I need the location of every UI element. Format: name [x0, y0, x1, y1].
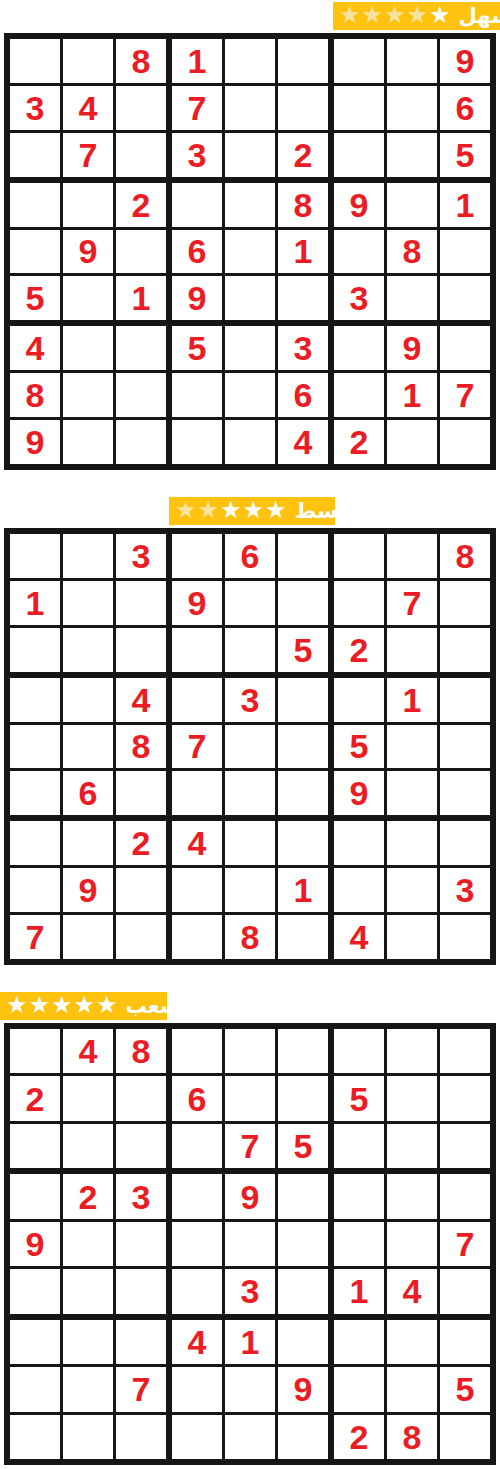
sudoku-cell-r7c7[interactable] [334, 821, 384, 865]
sudoku-cell-r3c9[interactable] [440, 628, 490, 672]
sudoku-cell-r6c3[interactable]: 1 [116, 276, 166, 320]
sudoku-cell-r1c1[interactable] [10, 1029, 60, 1073]
sudoku-cell-r9c8[interactable] [387, 915, 437, 959]
sudoku-cell-r8c4[interactable] [172, 868, 222, 912]
sudoku-cell-r7c6[interactable] [278, 1320, 328, 1364]
sudoku-cell-r5c8[interactable]: 8 [387, 230, 437, 274]
sudoku-cell-r2c7[interactable] [334, 581, 384, 625]
sudoku-cell-r8c2[interactable] [63, 1367, 113, 1411]
sudoku-cell-r1c2[interactable] [63, 39, 113, 83]
sudoku-board-hard: 4826755239937147419528 [4, 1023, 496, 1465]
sudoku-cell-r6c2[interactable] [63, 1269, 113, 1313]
sudoku-cell-r3c6[interactable]: 5 [278, 628, 328, 672]
sudoku-cell-r6c1[interactable]: 5 [10, 276, 60, 320]
sudoku-board-easy: 8347173296529518619918348953649172 [4, 33, 496, 470]
sudoku-cell-r6c7[interactable]: 3 [334, 276, 384, 320]
sudoku-cell-r3c4[interactable] [172, 628, 222, 672]
sudoku-cell-r6c8[interactable] [387, 771, 437, 815]
sudoku-cell-r9c5[interactable]: 8 [225, 915, 275, 959]
sudoku-box: 93 [172, 1174, 328, 1313]
star-filled-icon: ★ [265, 498, 287, 522]
sudoku-cell-r6c4[interactable]: 9 [172, 276, 222, 320]
sudoku-cell-r8c1[interactable]: 8 [10, 373, 60, 417]
sudoku-box: 159 [334, 678, 490, 816]
sudoku-cell-r5c3[interactable] [116, 230, 166, 274]
sudoku-cell-r9c5[interactable] [225, 1415, 275, 1459]
sudoku-box: 418 [172, 821, 328, 959]
star-empty-icon: ★ [407, 3, 429, 27]
sudoku-cell-r8c8[interactable] [387, 1367, 437, 1411]
sudoku-cell-r7c5[interactable]: 1 [225, 1320, 275, 1364]
sudoku-cell-r5c9[interactable] [440, 725, 490, 769]
sudoku-cell-r2c6[interactable] [278, 581, 328, 625]
sudoku-cell-r3c5[interactable] [225, 628, 275, 672]
sudoku-cell-r3c9[interactable] [440, 1124, 490, 1168]
sudoku-cell-r3c7[interactable] [334, 1124, 384, 1168]
sudoku-cell-r6c3[interactable] [116, 771, 166, 815]
sudoku-cell-r7c6[interactable]: 3 [278, 326, 328, 370]
sudoku-cell-r9c3[interactable] [116, 1415, 166, 1459]
sudoku-cell-r3c5[interactable]: 7 [225, 1124, 275, 1168]
sudoku-cell-r4c9[interactable] [440, 1174, 490, 1218]
sudoku-cell-r1c9[interactable] [440, 1029, 490, 1073]
star-empty-icon: ★ [339, 3, 361, 27]
sudoku-cell-r3c2[interactable] [63, 1124, 113, 1168]
sudoku-cell-r3c8[interactable] [387, 133, 437, 177]
sudoku-cell-r9c6[interactable]: 4 [278, 420, 328, 464]
sudoku-cell-r9c9[interactable] [440, 420, 490, 464]
sudoku-cell-r5c5[interactable] [225, 725, 275, 769]
sudoku-cell-r2c9[interactable] [440, 581, 490, 625]
sudoku-cell-r1c6[interactable] [278, 1029, 328, 1073]
sudoku-box: 714 [334, 1174, 490, 1313]
sudoku-cell-r8c8[interactable]: 1 [387, 373, 437, 417]
sudoku-cell-r6c6[interactable] [278, 1269, 328, 1313]
sudoku-cell-r8c4[interactable] [172, 373, 222, 417]
sudoku-cell-r9c4[interactable] [172, 915, 222, 959]
sudoku-cell-r1c9[interactable]: 9 [440, 39, 490, 83]
sudoku-cell-r4c2[interactable] [63, 183, 113, 227]
sudoku-cell-r8c6[interactable]: 6 [278, 373, 328, 417]
sudoku-cell-r5c4[interactable]: 7 [172, 725, 222, 769]
sudoku-cell-r8c1[interactable] [10, 1367, 60, 1411]
sudoku-cell-r4c3[interactable]: 3 [116, 1174, 166, 1218]
sudoku-cell-r2c7[interactable] [334, 86, 384, 130]
sudoku-cell-r2c6[interactable] [278, 86, 328, 130]
sudoku-cell-r6c5[interactable] [225, 771, 275, 815]
sudoku-cell-r5c3[interactable]: 8 [116, 725, 166, 769]
sudoku-cell-r5c4[interactable]: 6 [172, 230, 222, 274]
sudoku-cell-r5c7[interactable] [334, 230, 384, 274]
sudoku-cell-r6c5[interactable] [225, 276, 275, 320]
sudoku-cell-r5c7[interactable] [334, 1222, 384, 1266]
sudoku-box: 297 [10, 821, 166, 959]
sudoku-cell-r7c3[interactable]: 2 [116, 821, 166, 865]
sudoku-cell-r5c3[interactable] [116, 1222, 166, 1266]
sudoku-cell-r3c4[interactable] [172, 1124, 222, 1168]
sudoku-cell-r1c4[interactable]: 1 [172, 39, 222, 83]
sudoku-cell-r1c3[interactable]: 8 [116, 1029, 166, 1073]
sudoku-box: 2951 [10, 183, 166, 321]
sudoku-cell-r8c3[interactable] [116, 373, 166, 417]
sudoku-cell-r6c1[interactable] [10, 771, 60, 815]
sudoku-cell-r4c2[interactable] [63, 678, 113, 722]
sudoku-cell-r7c3[interactable] [116, 326, 166, 370]
star-empty-icon: ★ [198, 498, 220, 522]
sudoku-cell-r9c2[interactable] [63, 420, 113, 464]
sudoku-cell-r6c6[interactable] [278, 276, 328, 320]
difficulty-label: وسط [287, 501, 351, 522]
sudoku-box: 528 [334, 1320, 490, 1459]
sudoku-cell-r5c6[interactable]: 1 [278, 230, 328, 274]
sudoku-cell-r7c5[interactable] [225, 326, 275, 370]
sudoku-cell-r4c4[interactable] [172, 678, 222, 722]
sudoku-cell-r9c7[interactable]: 4 [334, 915, 384, 959]
sudoku-cell-r8c7[interactable] [334, 1367, 384, 1411]
sudoku-cell-r3c1[interactable] [10, 628, 60, 672]
sudoku-cell-r6c9[interactable] [440, 1269, 490, 1313]
sudoku-cell-r7c9[interactable] [440, 1320, 490, 1364]
difficulty-stars: ★★★★★ [6, 994, 118, 1018]
sudoku-cell-r7c7[interactable] [334, 1320, 384, 1364]
sudoku-cell-r4c7[interactable] [334, 678, 384, 722]
sudoku-cell-r1c6[interactable] [278, 39, 328, 83]
sudoku-cell-r7c1[interactable] [10, 1320, 60, 1364]
sudoku-cell-r1c4[interactable] [172, 534, 222, 578]
sudoku-cell-r1c9[interactable]: 8 [440, 534, 490, 578]
sudoku-cell-r3c2[interactable]: 7 [63, 133, 113, 177]
star-empty-icon: ★ [384, 3, 406, 27]
sudoku-cell-r3c6[interactable]: 5 [278, 1124, 328, 1168]
sudoku-cell-r7c4[interactable]: 4 [172, 1320, 222, 1364]
sudoku-cell-r1c7[interactable] [334, 534, 384, 578]
sudoku-cell-r1c5[interactable]: 6 [225, 534, 275, 578]
sudoku-cell-r6c1[interactable] [10, 1269, 60, 1313]
sudoku-cell-r2c5[interactable] [225, 86, 275, 130]
sudoku-cell-r2c8[interactable] [387, 86, 437, 130]
sudoku-cell-r5c8[interactable] [387, 1222, 437, 1266]
sudoku-cell-r7c9[interactable] [440, 326, 490, 370]
sudoku-cell-r3c3[interactable] [116, 628, 166, 672]
sudoku-cell-r9c4[interactable] [172, 1415, 222, 1459]
sudoku-cell-r9c3[interactable] [116, 915, 166, 959]
sudoku-cell-r1c1[interactable] [10, 534, 60, 578]
sudoku-cell-r2c4[interactable]: 6 [172, 1076, 222, 1120]
sudoku-box: 239 [10, 1174, 166, 1313]
sudoku-box: 489 [10, 326, 166, 464]
sudoku-cell-r4c7[interactable]: 9 [334, 183, 384, 227]
sudoku-cell-r3c8[interactable] [387, 628, 437, 672]
sudoku-cell-r1c6[interactable] [278, 534, 328, 578]
sudoku-cell-r2c8[interactable] [387, 1076, 437, 1120]
star-filled-icon: ★ [74, 993, 96, 1017]
sudoku-cell-r3c7[interactable] [334, 133, 384, 177]
sudoku-box: 872 [334, 534, 490, 672]
sudoku-cell-r9c7[interactable]: 2 [334, 420, 384, 464]
sudoku-cell-r1c4[interactable] [172, 1029, 222, 1073]
sudoku-box: 1732 [172, 39, 328, 177]
sudoku-page: ★★★★★ سهل 834717329652951861991834895364… [0, 0, 500, 1469]
sudoku-cell-r6c5[interactable]: 3 [225, 1269, 275, 1313]
sudoku-cell-r1c3[interactable]: 8 [116, 39, 166, 83]
sudoku-board-medium: 316958724863715929741834 [4, 528, 496, 965]
sudoku-cell-r7c2[interactable] [63, 1320, 113, 1364]
star-filled-icon: ★ [29, 993, 51, 1017]
star-empty-icon: ★ [175, 498, 197, 522]
sudoku-cell-r4c1[interactable] [10, 678, 60, 722]
sudoku-cell-r5c4[interactable] [172, 1222, 222, 1266]
sudoku-cell-r2c2[interactable] [63, 581, 113, 625]
sudoku-box: 695 [172, 534, 328, 672]
sudoku-cell-r9c1[interactable] [10, 1415, 60, 1459]
difficulty-banner-hard: ★★★★★ صعب [0, 992, 167, 1020]
sudoku-cell-r4c8[interactable]: 1 [387, 678, 437, 722]
sudoku-cell-r1c8[interactable] [387, 534, 437, 578]
sudoku-cell-r8c5[interactable] [225, 373, 275, 417]
sudoku-cell-r2c3[interactable] [116, 1076, 166, 1120]
sudoku-cell-r7c1[interactable] [10, 821, 60, 865]
sudoku-cell-r5c1[interactable] [10, 230, 60, 274]
sudoku-cell-r2c6[interactable] [278, 1076, 328, 1120]
sudoku-cell-r9c8[interactable]: 8 [387, 1415, 437, 1459]
sudoku-cell-r5c2[interactable]: 9 [63, 230, 113, 274]
sudoku-cell-r9c4[interactable] [172, 420, 222, 464]
sudoku-cell-r3c2[interactable] [63, 628, 113, 672]
sudoku-cell-r2c5[interactable] [225, 581, 275, 625]
sudoku-cell-r4c5[interactable]: 9 [225, 1174, 275, 1218]
sudoku-cell-r3c5[interactable] [225, 133, 275, 177]
sudoku-cell-r2c4[interactable]: 7 [172, 86, 222, 130]
sudoku-cell-r5c2[interactable] [63, 725, 113, 769]
sudoku-cell-r2c1[interactable]: 3 [10, 86, 60, 130]
sudoku-cell-r5c6[interactable] [278, 725, 328, 769]
sudoku-cell-r8c4[interactable] [172, 1367, 222, 1411]
sudoku-cell-r5c1[interactable] [10, 725, 60, 769]
sudoku-cell-r7c1[interactable]: 4 [10, 326, 60, 370]
sudoku-cell-r3c3[interactable] [116, 133, 166, 177]
sudoku-cell-r4c3[interactable]: 2 [116, 183, 166, 227]
sudoku-cell-r3c6[interactable]: 2 [278, 133, 328, 177]
sudoku-box: 31 [10, 534, 166, 672]
difficulty-stars: ★★★★★ [175, 499, 287, 523]
sudoku-cell-r8c9[interactable]: 7 [440, 373, 490, 417]
sudoku-cell-r1c8[interactable] [387, 39, 437, 83]
sudoku-box: 675 [172, 1029, 328, 1168]
sudoku-cell-r5c8[interactable] [387, 725, 437, 769]
sudoku-cell-r5c2[interactable] [63, 1222, 113, 1266]
sudoku-cell-r2c3[interactable] [116, 86, 166, 130]
sudoku-box: 8347 [10, 39, 166, 177]
sudoku-cell-r5c1[interactable]: 9 [10, 1222, 60, 1266]
sudoku-cell-r6c4[interactable] [172, 1269, 222, 1313]
sudoku-cell-r8c3[interactable] [116, 868, 166, 912]
sudoku-cell-r9c7[interactable]: 2 [334, 1415, 384, 1459]
sudoku-cell-r9c2[interactable] [63, 915, 113, 959]
sudoku-cell-r2c7[interactable]: 5 [334, 1076, 384, 1120]
sudoku-cell-r2c5[interactable] [225, 1076, 275, 1120]
sudoku-cell-r4c9[interactable] [440, 678, 490, 722]
sudoku-cell-r9c2[interactable] [63, 1415, 113, 1459]
sudoku-box: 5 [334, 1029, 490, 1168]
sudoku-cell-r8c6[interactable]: 1 [278, 868, 328, 912]
star-filled-icon: ★ [51, 993, 73, 1017]
sudoku-box: 965 [334, 39, 490, 177]
sudoku-cell-r5c9[interactable]: 7 [440, 1222, 490, 1266]
sudoku-cell-r2c8[interactable]: 7 [387, 581, 437, 625]
sudoku-cell-r6c2[interactable]: 6 [63, 771, 113, 815]
sudoku-cell-r4c9[interactable]: 1 [440, 183, 490, 227]
sudoku-cell-r9c6[interactable] [278, 915, 328, 959]
sudoku-cell-r6c4[interactable] [172, 771, 222, 815]
sudoku-cell-r5c5[interactable] [225, 1222, 275, 1266]
sudoku-cell-r7c2[interactable] [63, 821, 113, 865]
sudoku-cell-r1c1[interactable] [10, 39, 60, 83]
sudoku-cell-r5c9[interactable] [440, 230, 490, 274]
sudoku-cell-r3c1[interactable] [10, 1124, 60, 1168]
sudoku-cell-r3c1[interactable] [10, 133, 60, 177]
sudoku-cell-r3c7[interactable]: 2 [334, 628, 384, 672]
sudoku-cell-r1c2[interactable] [63, 534, 113, 578]
sudoku-cell-r2c9[interactable] [440, 1076, 490, 1120]
sudoku-cell-r4c7[interactable] [334, 1174, 384, 1218]
star-filled-icon: ★ [6, 993, 28, 1017]
sudoku-cell-r4c4[interactable] [172, 1174, 222, 1218]
sudoku-cell-r5c6[interactable] [278, 1222, 328, 1266]
sudoku-cell-r6c9[interactable] [440, 771, 490, 815]
sudoku-cell-r8c7[interactable] [334, 868, 384, 912]
sudoku-cell-r7c6[interactable] [278, 821, 328, 865]
sudoku-cell-r1c5[interactable] [225, 39, 275, 83]
sudoku-cell-r2c9[interactable]: 6 [440, 86, 490, 130]
sudoku-cell-r7c9[interactable] [440, 821, 490, 865]
difficulty-banner-easy: ★★★★★ سهل [333, 2, 500, 30]
sudoku-cell-r4c1[interactable] [10, 183, 60, 227]
sudoku-cell-r9c9[interactable] [440, 1415, 490, 1459]
sudoku-cell-r7c4[interactable]: 4 [172, 821, 222, 865]
sudoku-cell-r4c5[interactable] [225, 183, 275, 227]
sudoku-cell-r6c8[interactable]: 4 [387, 1269, 437, 1313]
sudoku-cell-r8c6[interactable]: 9 [278, 1367, 328, 1411]
sudoku-cell-r8c5[interactable] [225, 1367, 275, 1411]
sudoku-cell-r7c3[interactable] [116, 1320, 166, 1364]
sudoku-cell-r2c2[interactable] [63, 1076, 113, 1120]
sudoku-cell-r4c8[interactable] [387, 1174, 437, 1218]
sudoku-cell-r8c9[interactable]: 5 [440, 1367, 490, 1411]
sudoku-cell-r9c6[interactable] [278, 1415, 328, 1459]
sudoku-cell-r1c2[interactable]: 4 [63, 1029, 113, 1073]
sudoku-cell-r1c5[interactable] [225, 1029, 275, 1073]
sudoku-cell-r9c9[interactable] [440, 915, 490, 959]
sudoku-cell-r7c7[interactable] [334, 326, 384, 370]
difficulty-label: صعب [118, 996, 180, 1017]
sudoku-cell-r4c8[interactable] [387, 183, 437, 227]
sudoku-cell-r9c8[interactable] [387, 420, 437, 464]
star-filled-icon: ★ [220, 498, 242, 522]
sudoku-cell-r8c2[interactable] [63, 373, 113, 417]
star-filled-icon: ★ [96, 993, 118, 1017]
sudoku-cell-r2c1[interactable]: 2 [10, 1076, 60, 1120]
sudoku-cell-r8c1[interactable] [10, 868, 60, 912]
sudoku-cell-r7c5[interactable] [225, 821, 275, 865]
sudoku-box: 7 [10, 1320, 166, 1459]
sudoku-cell-r2c1[interactable]: 1 [10, 581, 60, 625]
sudoku-cell-r6c9[interactable] [440, 276, 490, 320]
sudoku-box: 482 [10, 1029, 166, 1168]
star-filled-icon: ★ [429, 3, 451, 27]
sudoku-cell-r2c2[interactable]: 4 [63, 86, 113, 130]
sudoku-cell-r8c8[interactable] [387, 868, 437, 912]
sudoku-cell-r3c3[interactable] [116, 1124, 166, 1168]
sudoku-box: 5364 [172, 326, 328, 464]
sudoku-box: 8619 [172, 183, 328, 321]
star-empty-icon: ★ [362, 3, 384, 27]
sudoku-cell-r5c5[interactable] [225, 230, 275, 274]
sudoku-cell-r6c7[interactable]: 1 [334, 1269, 384, 1313]
sudoku-cell-r8c5[interactable] [225, 868, 275, 912]
star-filled-icon: ★ [243, 498, 265, 522]
sudoku-cell-r3c8[interactable] [387, 1124, 437, 1168]
sudoku-box: 9172 [334, 326, 490, 464]
sudoku-cell-r4c6[interactable] [278, 1174, 328, 1218]
sudoku-cell-r3c9[interactable]: 5 [440, 133, 490, 177]
sudoku-cell-r8c3[interactable]: 7 [116, 1367, 166, 1411]
sudoku-cell-r7c8[interactable] [387, 821, 437, 865]
sudoku-cell-r7c4[interactable]: 5 [172, 326, 222, 370]
sudoku-cell-r8c2[interactable]: 9 [63, 868, 113, 912]
sudoku-cell-r4c6[interactable]: 8 [278, 183, 328, 227]
difficulty-banner-medium: ★★★★★ وسط [169, 497, 335, 525]
sudoku-cell-r9c1[interactable]: 7 [10, 915, 60, 959]
sudoku-cell-r7c8[interactable]: 9 [387, 326, 437, 370]
sudoku-cell-r4c2[interactable]: 2 [63, 1174, 113, 1218]
sudoku-cell-r5c7[interactable]: 5 [334, 725, 384, 769]
sudoku-cell-r9c1[interactable]: 9 [10, 420, 60, 464]
sudoku-cell-r4c4[interactable] [172, 183, 222, 227]
difficulty-label: سهل [451, 6, 500, 27]
sudoku-cell-r4c5[interactable]: 3 [225, 678, 275, 722]
sudoku-cell-r1c7[interactable] [334, 39, 384, 83]
sudoku-cell-r2c3[interactable] [116, 581, 166, 625]
sudoku-cell-r8c7[interactable] [334, 373, 384, 417]
sudoku-cell-r6c7[interactable]: 9 [334, 771, 384, 815]
sudoku-box: 37 [172, 678, 328, 816]
sudoku-cell-r1c8[interactable] [387, 1029, 437, 1073]
sudoku-cell-r7c8[interactable] [387, 1320, 437, 1364]
sudoku-cell-r9c5[interactable] [225, 420, 275, 464]
sudoku-cell-r8c9[interactable]: 3 [440, 868, 490, 912]
sudoku-cell-r6c6[interactable] [278, 771, 328, 815]
sudoku-cell-r4c6[interactable] [278, 678, 328, 722]
sudoku-cell-r9c3[interactable] [116, 420, 166, 464]
difficulty-stars: ★★★★★ [339, 4, 451, 28]
sudoku-cell-r6c8[interactable] [387, 276, 437, 320]
sudoku-box: 419 [172, 1320, 328, 1459]
sudoku-cell-r1c7[interactable] [334, 1029, 384, 1073]
sudoku-cell-r4c3[interactable]: 4 [116, 678, 166, 722]
sudoku-box: 34 [334, 821, 490, 959]
sudoku-cell-r4c1[interactable] [10, 1174, 60, 1218]
sudoku-box: 486 [10, 678, 166, 816]
sudoku-cell-r7c2[interactable] [63, 326, 113, 370]
sudoku-cell-r6c3[interactable] [116, 1269, 166, 1313]
sudoku-cell-r2c4[interactable]: 9 [172, 581, 222, 625]
sudoku-cell-r1c3[interactable]: 3 [116, 534, 166, 578]
sudoku-cell-r3c4[interactable]: 3 [172, 133, 222, 177]
sudoku-box: 9183 [334, 183, 490, 321]
sudoku-cell-r6c2[interactable] [63, 276, 113, 320]
